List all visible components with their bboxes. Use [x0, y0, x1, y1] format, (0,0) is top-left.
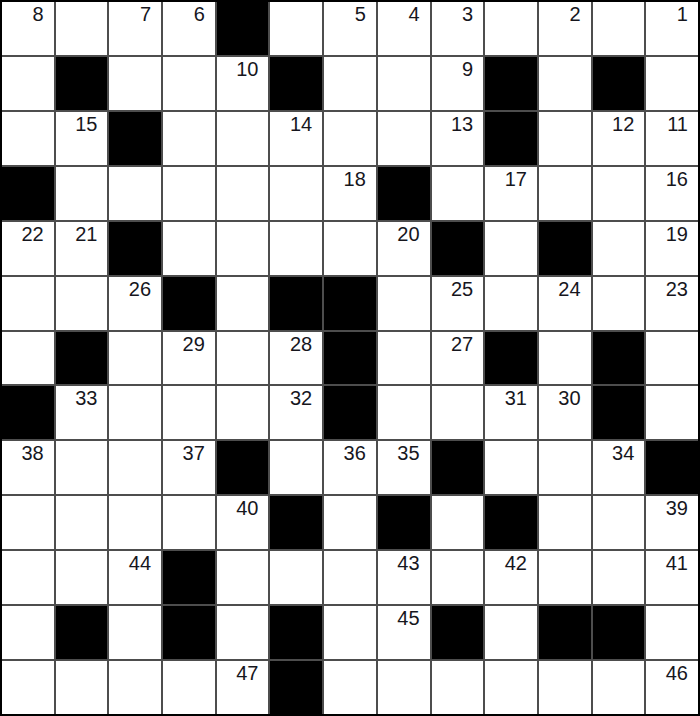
grid-cell[interactable]: 39 [646, 496, 698, 549]
clue-number: 43 [397, 551, 429, 574]
grid-cell[interactable] [485, 606, 537, 659]
grid-cell[interactable]: 23 [646, 277, 698, 330]
grid-cell[interactable] [539, 441, 591, 494]
grid-cell[interactable] [56, 551, 108, 604]
grid-cell[interactable]: 11 [646, 112, 698, 165]
grid-cell[interactable]: 38 [2, 441, 54, 494]
clue-number: 11 [667, 112, 698, 135]
clue-number: 41 [666, 551, 698, 574]
grid-cell[interactable] [217, 222, 269, 275]
grid-cell[interactable] [109, 606, 161, 659]
grid-cell[interactable] [109, 441, 161, 494]
grid-cell[interactable] [646, 386, 698, 439]
clue-number: 24 [558, 277, 590, 300]
block-cell [485, 57, 537, 110]
grid-cell[interactable]: 17 [485, 167, 537, 220]
block-cell [432, 222, 484, 275]
grid-cell[interactable] [109, 386, 161, 439]
grid-cell[interactable] [56, 441, 108, 494]
clue-number: 46 [666, 661, 698, 684]
grid-cell[interactable] [539, 551, 591, 604]
clue-number: 31 [505, 386, 537, 409]
grid-cell[interactable] [2, 661, 54, 714]
clue-number: 4 [408, 2, 429, 25]
grid-cell[interactable] [2, 551, 54, 604]
clue-number: 33 [75, 386, 107, 409]
clue-number: 20 [397, 222, 429, 245]
grid-cell[interactable] [593, 222, 645, 275]
clue-number: 39 [666, 496, 698, 519]
grid-cell[interactable]: 22 [2, 222, 54, 275]
grid-cell[interactable]: 42 [485, 551, 537, 604]
clue-number: 34 [612, 441, 644, 464]
clue-number: 3 [462, 2, 483, 25]
grid-cell[interactable] [217, 277, 269, 330]
grid-cell[interactable] [56, 277, 108, 330]
grid-cell[interactable] [2, 606, 54, 659]
grid-cell[interactable] [56, 496, 108, 549]
grid-cell[interactable] [324, 112, 376, 165]
grid-cell[interactable]: 41 [646, 551, 698, 604]
grid-cell[interactable] [593, 551, 645, 604]
block-cell [270, 606, 322, 659]
grid-cell[interactable]: 14 [270, 112, 322, 165]
clue-number: 37 [183, 441, 215, 464]
clue-number: 16 [666, 167, 698, 190]
grid-cell[interactable] [217, 332, 269, 385]
grid-cell[interactable] [324, 496, 376, 549]
grid-cell[interactable]: 43 [378, 551, 430, 604]
block-cell [324, 332, 376, 385]
grid-cell[interactable] [109, 332, 161, 385]
clue-number: 42 [505, 551, 537, 574]
grid-cell[interactable] [2, 332, 54, 385]
grid-cell[interactable] [485, 441, 537, 494]
block-cell [539, 222, 591, 275]
clue-number: 36 [344, 441, 376, 464]
grid-cell[interactable]: 40 [217, 496, 269, 549]
grid-cell[interactable] [485, 222, 537, 275]
grid-cell[interactable] [485, 661, 537, 714]
grid-cell[interactable] [432, 661, 484, 714]
grid-cell[interactable] [432, 551, 484, 604]
clue-number: 18 [344, 167, 376, 190]
grid-cell[interactable]: 5 [324, 2, 376, 55]
grid-cell[interactable]: 18 [324, 167, 376, 220]
clue-number: 35 [397, 441, 429, 464]
grid-cell[interactable]: 45 [378, 606, 430, 659]
grid-cell[interactable] [217, 112, 269, 165]
clue-number: 13 [451, 112, 483, 135]
block-cell [56, 57, 108, 110]
grid-cell[interactable] [270, 551, 322, 604]
grid-cell[interactable]: 10 [217, 57, 269, 110]
grid-cell[interactable] [2, 277, 54, 330]
grid-cell[interactable] [593, 167, 645, 220]
grid-cell[interactable]: 25 [432, 277, 484, 330]
block-cell [378, 496, 430, 549]
grid-cell[interactable] [109, 496, 161, 549]
block-cell [2, 167, 54, 220]
grid-cell[interactable] [324, 661, 376, 714]
block-cell [432, 441, 484, 494]
grid-cell[interactable]: 30 [539, 386, 591, 439]
grid-cell[interactable]: 4 [378, 2, 430, 55]
block-cell [593, 386, 645, 439]
block-cell [539, 606, 591, 659]
grid-cell[interactable]: 37 [163, 441, 215, 494]
clue-number: 30 [558, 386, 590, 409]
grid-cell[interactable] [56, 167, 108, 220]
block-cell [378, 167, 430, 220]
block-cell [217, 441, 269, 494]
grid-cell[interactable]: 32 [270, 386, 322, 439]
clue-number: 1 [677, 2, 698, 25]
grid-cell[interactable] [378, 332, 430, 385]
grid-cell[interactable] [270, 167, 322, 220]
grid-cell[interactable] [593, 277, 645, 330]
clue-number: 19 [666, 222, 698, 245]
grid-cell[interactable] [378, 661, 430, 714]
block-cell [270, 661, 322, 714]
grid-cell[interactable]: 19 [646, 222, 698, 275]
clue-number: 32 [290, 386, 322, 409]
grid-cell[interactable] [270, 441, 322, 494]
grid-cell[interactable] [270, 2, 322, 55]
block-cell [270, 277, 322, 330]
grid-cell[interactable] [163, 222, 215, 275]
grid-cell[interactable] [539, 112, 591, 165]
clue-number: 47 [236, 661, 268, 684]
clue-number: 40 [236, 496, 268, 519]
grid-cell[interactable] [646, 332, 698, 385]
block-cell [109, 112, 161, 165]
grid-cell[interactable] [270, 222, 322, 275]
block-cell [485, 332, 537, 385]
clue-number: 12 [612, 112, 644, 135]
block-cell [109, 222, 161, 275]
grid-cell[interactable] [163, 112, 215, 165]
grid-cell[interactable] [539, 496, 591, 549]
grid-cell[interactable] [378, 57, 430, 110]
clue-number: 5 [355, 2, 376, 25]
grid-cell[interactable] [378, 277, 430, 330]
grid-cell[interactable] [109, 661, 161, 714]
grid-cell[interactable]: 8 [2, 2, 54, 55]
grid-cell[interactable] [432, 496, 484, 549]
clue-number: 14 [290, 112, 322, 135]
clue-number: 9 [462, 57, 483, 80]
clue-number: 8 [33, 2, 54, 25]
clue-number: 27 [451, 332, 483, 355]
grid-cell[interactable] [217, 167, 269, 220]
grid-cell[interactable]: 1 [646, 2, 698, 55]
crossword-grid: 8765432110915141312111817162221201926252… [0, 0, 700, 716]
grid-cell[interactable] [163, 57, 215, 110]
grid-cell[interactable]: 33 [56, 386, 108, 439]
grid-cell[interactable] [593, 496, 645, 549]
grid-cell[interactable] [163, 661, 215, 714]
block-cell [163, 551, 215, 604]
block-cell [485, 112, 537, 165]
grid-cell[interactable] [2, 112, 54, 165]
block-cell [593, 332, 645, 385]
clue-number: 15 [75, 112, 107, 135]
grid-cell[interactable]: 36 [324, 441, 376, 494]
block-cell [217, 2, 269, 55]
grid-cell[interactable] [324, 551, 376, 604]
grid-cell[interactable] [593, 661, 645, 714]
clue-number: 22 [21, 222, 53, 245]
grid-cell[interactable]: 2 [539, 2, 591, 55]
grid-cell[interactable]: 3 [432, 2, 484, 55]
grid-cell[interactable] [2, 496, 54, 549]
grid-cell[interactable] [217, 606, 269, 659]
clue-number: 10 [236, 57, 268, 80]
clue-number: 44 [129, 551, 161, 574]
grid-cell[interactable] [378, 112, 430, 165]
grid-cell[interactable] [324, 222, 376, 275]
grid-cell[interactable] [646, 606, 698, 659]
block-cell [485, 496, 537, 549]
grid-cell[interactable] [539, 332, 591, 385]
block-cell [593, 57, 645, 110]
grid-cell[interactable] [539, 57, 591, 110]
grid-cell[interactable]: 34 [593, 441, 645, 494]
grid-cell[interactable]: 20 [378, 222, 430, 275]
block-cell [324, 277, 376, 330]
block-cell [163, 606, 215, 659]
grid-cell[interactable] [2, 57, 54, 110]
grid-cell[interactable]: 12 [593, 112, 645, 165]
grid-cell[interactable] [646, 57, 698, 110]
grid-cell[interactable]: 13 [432, 112, 484, 165]
grid-cell[interactable] [163, 386, 215, 439]
grid-cell[interactable]: 9 [432, 57, 484, 110]
grid-cell[interactable]: 47 [217, 661, 269, 714]
clue-number: 28 [290, 332, 322, 355]
grid-cell[interactable] [217, 386, 269, 439]
grid-cell[interactable] [324, 57, 376, 110]
clue-number: 21 [75, 222, 107, 245]
block-cell [56, 606, 108, 659]
grid-cell[interactable] [109, 57, 161, 110]
grid-cell[interactable] [324, 606, 376, 659]
grid-cell[interactable]: 27 [432, 332, 484, 385]
grid-cell[interactable] [378, 386, 430, 439]
grid-cell[interactable] [163, 496, 215, 549]
clue-number: 45 [397, 606, 429, 629]
grid-cell[interactable] [485, 2, 537, 55]
grid-cell[interactable] [485, 277, 537, 330]
grid-cell[interactable]: 26 [109, 277, 161, 330]
clue-number: 26 [129, 277, 161, 300]
grid-cell[interactable]: 46 [646, 661, 698, 714]
block-cell [432, 606, 484, 659]
clue-number: 7 [140, 2, 161, 25]
grid-cell[interactable]: 35 [378, 441, 430, 494]
grid-cell[interactable]: 44 [109, 551, 161, 604]
block-cell [163, 277, 215, 330]
block-cell [593, 606, 645, 659]
grid-cell[interactable] [163, 167, 215, 220]
block-cell [324, 386, 376, 439]
grid-cell[interactable]: 7 [109, 2, 161, 55]
grid-cell[interactable] [217, 551, 269, 604]
grid-cell[interactable]: 6 [163, 2, 215, 55]
block-cell [2, 386, 54, 439]
grid-cell[interactable] [56, 661, 108, 714]
grid-cell[interactable]: 15 [56, 112, 108, 165]
grid-cell[interactable] [432, 167, 484, 220]
block-cell [270, 496, 322, 549]
grid-cell[interactable] [432, 386, 484, 439]
grid-cell[interactable]: 31 [485, 386, 537, 439]
grid-cell[interactable] [539, 661, 591, 714]
clue-number: 6 [194, 2, 215, 25]
grid-cell[interactable]: 24 [539, 277, 591, 330]
clue-number: 38 [21, 441, 53, 464]
grid-cell[interactable]: 29 [163, 332, 215, 385]
grid-cell[interactable]: 21 [56, 222, 108, 275]
block-cell [646, 441, 698, 494]
clue-number: 17 [505, 167, 537, 190]
clue-number: 25 [451, 277, 483, 300]
grid-cell[interactable] [109, 167, 161, 220]
grid-cell[interactable] [56, 2, 108, 55]
grid-cell[interactable]: 28 [270, 332, 322, 385]
clue-number: 23 [666, 277, 698, 300]
block-cell [270, 57, 322, 110]
grid-cell[interactable]: 16 [646, 167, 698, 220]
grid-cell[interactable] [593, 2, 645, 55]
block-cell [56, 332, 108, 385]
clue-number: 2 [569, 2, 590, 25]
grid-cell[interactable] [539, 167, 591, 220]
clue-number: 29 [183, 332, 215, 355]
